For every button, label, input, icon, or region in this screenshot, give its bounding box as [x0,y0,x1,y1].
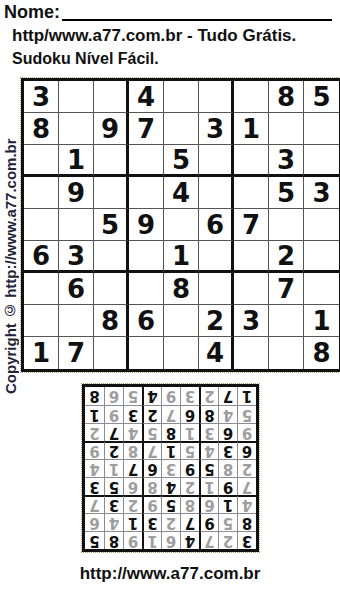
solution-cell-r7c5: 8 [161,423,180,441]
solution-cell-r6c1: 6 [237,441,256,459]
puzzle-cell-r2c8 [269,113,304,145]
puzzle-cell-r2c9 [304,113,339,145]
solution-cell-r3c8: 3 [104,495,123,513]
puzzle-cell-r3c2: 1 [59,145,94,177]
solution-cell-r2c6: 3 [142,513,161,531]
puzzle-cell-r1c9: 5 [304,81,339,113]
puzzle-cell-r1c6 [199,81,234,113]
puzzle-cell-r1c4: 4 [129,81,164,113]
puzzle-cell-r5c9 [304,209,339,241]
puzzle-cell-r1c8: 8 [269,81,304,113]
puzzle-cell-r6c8: 2 [269,241,304,273]
puzzle-cell-r2c4: 7 [129,113,164,145]
puzzle-cell-r2c5 [164,113,199,145]
solution-cell-r4c2: 9 [218,477,237,495]
puzzle-cell-r7c7 [234,273,269,305]
solution-cell-r9c1: 1 [237,387,256,405]
name-row: Nome: [4,2,332,23]
solution-cell-r3c5: 5 [161,495,180,513]
solution-cell-r1c7: 9 [123,531,142,549]
solution-cell-r2c4: 7 [180,513,199,531]
solution-cell-r9c4: 3 [180,387,199,405]
solution-cell-r6c7: 8 [123,441,142,459]
puzzle-cell-r2c1: 8 [24,113,59,145]
puzzle-cell-r1c7 [234,81,269,113]
puzzle-cell-r3c1 [24,145,59,177]
puzzle-cell-r7c5: 8 [164,273,199,305]
puzzle-cell-r9c1: 1 [24,337,59,369]
solution-cell-r3c6: 9 [142,495,161,513]
solution-cell-r7c9: 2 [85,423,104,441]
puzzle-cell-r8c5 [164,305,199,337]
solution-cell-r3c9: 7 [85,495,104,513]
puzzle-cell-r9c5 [164,337,199,369]
site-header: http/www.a77.com.br - Tudo Grátis. [12,26,296,46]
puzzle-cell-r8c1 [24,305,59,337]
puzzle-cell-r6c9 [304,241,339,273]
puzzle-cell-r9c6: 4 [199,337,234,369]
solution-cell-r8c1: 5 [237,405,256,423]
solution-cell-r7c1: 9 [237,423,256,441]
puzzle-cell-r7c9 [304,273,339,305]
puzzle-cell-r6c6 [199,241,234,273]
solution-cell-r9c5: 9 [161,387,180,405]
puzzle-cell-r4c1 [24,177,59,209]
puzzle-cell-r7c6 [199,273,234,305]
solution-cell-r8c7: 3 [123,405,142,423]
solution-cell-r5c8: 1 [104,459,123,477]
page-title: Sudoku Nível Fácil. [12,50,159,68]
solution-cell-r6c2: 3 [218,441,237,459]
puzzle-cell-r8c8 [269,305,304,337]
puzzle-cell-r5c6: 6 [199,209,234,241]
solution-cell-r4c7: 6 [123,477,142,495]
name-label: Nome: [4,2,60,23]
solution-cell-r8c8: 9 [104,405,123,423]
puzzle-cell-r4c8: 5 [269,177,304,209]
solution-cell-r7c6: 5 [142,423,161,441]
solution-cell-r8c9: 1 [85,405,104,423]
solution-cell-r4c5: 4 [161,477,180,495]
solution-cell-r7c7: 4 [123,423,142,441]
solution-cell-r3c1: 4 [237,495,256,513]
solution-cell-r9c9: 8 [85,387,104,405]
solution-cell-r2c5: 2 [161,513,180,531]
name-blank-line [62,19,332,21]
solution-cell-r1c1: 3 [237,531,256,549]
solution-cell-r4c4: 2 [180,477,199,495]
puzzle-cell-r5c5 [164,209,199,241]
solution-cell-r2c2: 5 [218,513,237,531]
solution-cell-r9c8: 6 [104,387,123,405]
solution-cell-r2c9: 6 [85,513,104,531]
solution-cell-r2c7: 1 [123,513,142,531]
puzzle-cell-r7c2: 6 [59,273,94,305]
solution-cell-r8c6: 2 [142,405,161,423]
solution-cell-r4c6: 8 [142,477,161,495]
puzzle-cell-r5c4: 9 [129,209,164,241]
solution-cell-r5c2: 8 [218,459,237,477]
solution-cell-r2c8: 4 [104,513,123,531]
solution-cell-r6c3: 4 [199,441,218,459]
puzzle-cell-r9c2: 7 [59,337,94,369]
footer-url: http://www.a77.com.br [0,564,340,584]
solution-cell-r9c7: 5 [123,387,142,405]
puzzle-cell-r9c9: 8 [304,337,339,369]
puzzle-cell-r7c8: 7 [269,273,304,305]
solution-cell-r8c4: 6 [180,405,199,423]
puzzle-cell-r6c1: 6 [24,241,59,273]
puzzle-cell-r8c6: 2 [199,305,234,337]
puzzle-cell-r9c8 [269,337,304,369]
puzzle-cell-r5c7: 7 [234,209,269,241]
puzzle-cell-r9c4 [129,337,164,369]
puzzle-cell-r8c9: 1 [304,305,339,337]
solution-cell-r4c3: 1 [199,477,218,495]
puzzle-cell-r2c2 [59,113,94,145]
puzzle-cell-r9c3 [94,337,129,369]
puzzle-cell-r3c6 [199,145,234,177]
solution-cell-r2c1: 8 [237,513,256,531]
puzzle-cell-r6c7 [234,241,269,273]
solution-cell-r1c5: 6 [161,531,180,549]
puzzle-cell-r4c7 [234,177,269,209]
solution-cell-r7c8: 7 [104,423,123,441]
puzzle-cell-r2c3: 9 [94,113,129,145]
solution-cell-r5c1: 2 [237,459,256,477]
solution-cell-r7c4: 1 [180,423,199,441]
puzzle-cell-r4c3 [94,177,129,209]
puzzle-cell-r2c7: 1 [234,113,269,145]
puzzle-cell-r3c4 [129,145,164,177]
puzzle-cell-r7c1 [24,273,59,305]
puzzle-cell-r8c7: 3 [234,305,269,337]
solution-cell-r4c8: 5 [104,477,123,495]
solution-cell-r4c9: 3 [85,477,104,495]
solution-cell-r6c8: 2 [104,441,123,459]
solution-cell-r3c4: 8 [180,495,199,513]
solution-cell-r5c3: 5 [199,459,218,477]
solution-cell-r1c4: 4 [180,531,199,549]
solution-cell-r7c2: 6 [218,423,237,441]
puzzle-cell-r5c8 [269,209,304,241]
solution-cell-r9c6: 4 [142,387,161,405]
solution-cell-r5c9: 4 [85,459,104,477]
solution-cell-r2c3: 9 [199,513,218,531]
puzzle-cell-r3c9 [304,145,339,177]
solution-cell-r6c4: 5 [180,441,199,459]
puzzle-cell-r4c9: 3 [304,177,339,209]
solution-cell-r8c2: 4 [218,405,237,423]
solution-cell-r9c3: 2 [199,387,218,405]
puzzle-cell-r1c5 [164,81,199,113]
puzzle-cell-r4c4 [129,177,164,209]
puzzle-cell-r9c7 [234,337,269,369]
puzzle-cell-r5c2 [59,209,94,241]
solution-cell-r1c3: 7 [199,531,218,549]
puzzle-cell-r7c3 [94,273,129,305]
solution-cell-r6c5: 1 [161,441,180,459]
solution-cell-r5c6: 6 [142,459,161,477]
puzzle-cell-r4c2: 9 [59,177,94,209]
puzzle-cell-r4c5: 4 [164,177,199,209]
sudoku-solution-board: 3274619858597231464168592377912486532859… [82,384,259,552]
solution-cell-r7c3: 3 [199,423,218,441]
puzzle-cell-r6c4 [129,241,164,273]
solution-cell-r3c3: 6 [199,495,218,513]
puzzle-cell-r1c3 [94,81,129,113]
puzzle-cell-r8c4: 6 [129,305,164,337]
solution-cell-r3c2: 1 [218,495,237,513]
solution-cell-r3c7: 2 [123,495,142,513]
solution-cell-r5c4: 9 [180,459,199,477]
puzzle-cell-r3c3 [94,145,129,177]
puzzle-cell-r2c6: 3 [199,113,234,145]
puzzle-cell-r6c5: 1 [164,241,199,273]
solution-cell-r8c5: 7 [161,405,180,423]
solution-cell-r5c5: 3 [161,459,180,477]
puzzle-cell-r5c3: 5 [94,209,129,241]
puzzle-cell-r4c6 [199,177,234,209]
puzzle-cell-r3c7 [234,145,269,177]
solution-cell-r9c2: 7 [218,387,237,405]
puzzle-cell-r1c2 [59,81,94,113]
solution-cell-r6c6: 7 [142,441,161,459]
puzzle-cell-r3c5: 5 [164,145,199,177]
puzzle-cell-r8c2 [59,305,94,337]
puzzle-cell-r8c3: 8 [94,305,129,337]
puzzle-cell-r3c8: 3 [269,145,304,177]
solution-cell-r1c8: 8 [104,531,123,549]
puzzle-cell-r1c1: 3 [24,81,59,113]
solution-cell-r6c9: 9 [85,441,104,459]
solution-cell-r8c3: 8 [199,405,218,423]
solution-cell-r5c7: 7 [123,459,142,477]
puzzle-cell-r6c3 [94,241,129,273]
puzzle-cell-r7c4 [129,273,164,305]
sudoku-puzzle-board: 348589731153945359676312687862311748 [21,78,340,372]
solution-cell-r1c6: 1 [142,531,161,549]
puzzle-cell-r6c2: 3 [59,241,94,273]
solution-wrap: 3274619858597231464168592377912486532859… [0,384,340,552]
solution-cell-r1c9: 5 [85,531,104,549]
solution-cell-r4c1: 7 [237,477,256,495]
puzzle-cell-r5c1 [24,209,59,241]
solution-cell-r1c2: 2 [218,531,237,549]
